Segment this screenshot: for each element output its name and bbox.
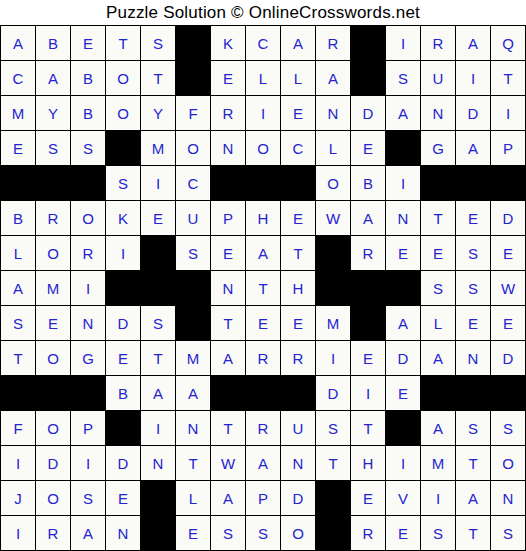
letter-cell-r13-c3: I: [71, 446, 106, 481]
letter-cell-r7-c6: S: [176, 236, 211, 271]
letter-cell-r1-c12: I: [386, 26, 421, 61]
black-cell-r14-c10: [316, 481, 351, 516]
letter-cell-r4-c6: O: [176, 131, 211, 166]
letter-cell-r4-c3: S: [71, 131, 106, 166]
letter-cell-r11-c12: E: [386, 376, 421, 411]
letter-cell-r5-c5: I: [141, 166, 176, 201]
letter-cell-r10-c2: O: [36, 341, 71, 376]
letter-cell-r13-c9: N: [281, 446, 316, 481]
black-cell-r8-c10: [316, 271, 351, 306]
letter-cell-r14-c9: D: [281, 481, 316, 516]
letter-cell-r1-c14: A: [456, 26, 491, 61]
black-cell-r1-c6: [176, 26, 211, 61]
letter-cell-r1-c15: Q: [491, 26, 526, 61]
letter-cell-r6-c1: B: [1, 201, 36, 236]
letter-cell-r6-c13: T: [421, 201, 456, 236]
letter-cell-r2-c12: S: [386, 61, 421, 96]
letter-cell-r14-c11: E: [351, 481, 386, 516]
black-cell-r5-c2: [36, 166, 71, 201]
letter-cell-r9-c12: A: [386, 306, 421, 341]
letter-cell-r14-c12: V: [386, 481, 421, 516]
letter-cell-r9-c10: M: [316, 306, 351, 341]
letter-cell-r1-c10: R: [316, 26, 351, 61]
letter-cell-r6-c3: O: [71, 201, 106, 236]
letter-cell-r6-c2: R: [36, 201, 71, 236]
letter-cell-r11-c5: A: [141, 376, 176, 411]
letter-cell-r9-c15: E: [491, 306, 526, 341]
letter-cell-r4-c10: L: [316, 131, 351, 166]
black-cell-r5-c1: [1, 166, 36, 201]
letter-cell-r15-c14: T: [456, 516, 491, 551]
black-cell-r11-c8: [246, 376, 281, 411]
letter-cell-r15-c15: S: [491, 516, 526, 551]
letter-cell-r10-c4: E: [106, 341, 141, 376]
letter-cell-r10-c8: R: [246, 341, 281, 376]
letter-cell-r12-c13: A: [421, 411, 456, 446]
letter-cell-r13-c1: I: [1, 446, 36, 481]
letter-cell-r5-c6: C: [176, 166, 211, 201]
letter-cell-r9-c5: S: [141, 306, 176, 341]
black-cell-r15-c10: [316, 516, 351, 551]
letter-cell-r7-c8: A: [246, 236, 281, 271]
black-cell-r11-c1: [1, 376, 36, 411]
letter-cell-r8-c8: T: [246, 271, 281, 306]
letter-cell-r9-c2: E: [36, 306, 71, 341]
puzzle-solution-page: Puzzle Solution © OnlineCrosswords.net A…: [0, 0, 526, 551]
letter-cell-r11-c11: I: [351, 376, 386, 411]
letter-cell-r6-c15: D: [491, 201, 526, 236]
letter-cell-r12-c14: S: [456, 411, 491, 446]
letter-cell-r9-c3: N: [71, 306, 106, 341]
letter-cell-r14-c13: I: [421, 481, 456, 516]
letter-cell-r15-c2: R: [36, 516, 71, 551]
letter-cell-r3-c2: Y: [36, 96, 71, 131]
letter-cell-r6-c4: K: [106, 201, 141, 236]
letter-cell-r15-c1: I: [1, 516, 36, 551]
black-cell-r5-c9: [281, 166, 316, 201]
letter-cell-r4-c1: E: [1, 131, 36, 166]
black-cell-r9-c6: [176, 306, 211, 341]
letter-cell-r1-c5: S: [141, 26, 176, 61]
letter-cell-r15-c4: N: [106, 516, 141, 551]
letter-cell-r4-c5: M: [141, 131, 176, 166]
letter-cell-r8-c1: A: [1, 271, 36, 306]
letter-cell-r14-c2: O: [36, 481, 71, 516]
letter-cell-r3-c7: R: [211, 96, 246, 131]
letter-cell-r8-c15: W: [491, 271, 526, 306]
black-cell-r2-c6: [176, 61, 211, 96]
letter-cell-r15-c6: E: [176, 516, 211, 551]
letter-cell-r13-c14: T: [456, 446, 491, 481]
letter-cell-r10-c10: I: [316, 341, 351, 376]
letter-cell-r1-c9: A: [281, 26, 316, 61]
letter-cell-r1-c3: E: [71, 26, 106, 61]
letter-cell-r6-c12: N: [386, 201, 421, 236]
letter-cell-r3-c9: E: [281, 96, 316, 131]
letter-cell-r15-c9: O: [281, 516, 316, 551]
black-cell-r8-c12: [386, 271, 421, 306]
black-cell-r12-c4: [106, 411, 141, 446]
letter-cell-r10-c1: T: [1, 341, 36, 376]
letter-cell-r10-c12: D: [386, 341, 421, 376]
letter-cell-r10-c9: R: [281, 341, 316, 376]
letter-cell-r13-c5: N: [141, 446, 176, 481]
letter-cell-r14-c8: P: [246, 481, 281, 516]
black-cell-r7-c10: [316, 236, 351, 271]
letter-cell-r4-c15: P: [491, 131, 526, 166]
letter-cell-r13-c11: H: [351, 446, 386, 481]
letter-cell-r13-c12: I: [386, 446, 421, 481]
letter-cell-r13-c10: T: [316, 446, 351, 481]
letter-cell-r2-c5: T: [141, 61, 176, 96]
letter-cell-r4-c11: E: [351, 131, 386, 166]
letter-cell-r3-c8: I: [246, 96, 281, 131]
letter-cell-r13-c6: T: [176, 446, 211, 481]
letter-cell-r12-c5: I: [141, 411, 176, 446]
letter-cell-r8-c9: H: [281, 271, 316, 306]
letter-cell-r7-c12: E: [386, 236, 421, 271]
letter-cell-r15-c11: R: [351, 516, 386, 551]
black-cell-r15-c5: [141, 516, 176, 551]
letter-cell-r15-c3: A: [71, 516, 106, 551]
letter-cell-r13-c2: D: [36, 446, 71, 481]
letter-cell-r8-c13: S: [421, 271, 456, 306]
letter-cell-r3-c15: I: [491, 96, 526, 131]
letter-cell-r3-c14: D: [456, 96, 491, 131]
letter-cell-r2-c10: A: [316, 61, 351, 96]
letter-cell-r11-c4: B: [106, 376, 141, 411]
letter-cell-r5-c4: S: [106, 166, 141, 201]
letter-cell-r3-c3: B: [71, 96, 106, 131]
letter-cell-r7-c2: O: [36, 236, 71, 271]
letter-cell-r13-c8: A: [246, 446, 281, 481]
letter-cell-r6-c6: U: [176, 201, 211, 236]
black-cell-r9-c11: [351, 306, 386, 341]
black-cell-r4-c4: [106, 131, 141, 166]
letter-cell-r12-c7: T: [211, 411, 246, 446]
letter-cell-r5-c12: I: [386, 166, 421, 201]
black-cell-r8-c11: [351, 271, 386, 306]
black-cell-r11-c15: [491, 376, 526, 411]
letter-cell-r12-c10: S: [316, 411, 351, 446]
letter-cell-r10-c5: T: [141, 341, 176, 376]
letter-cell-r9-c7: T: [211, 306, 246, 341]
letter-cell-r6-c11: A: [351, 201, 386, 236]
letter-cell-r15-c13: S: [421, 516, 456, 551]
letter-cell-r14-c15: N: [491, 481, 526, 516]
crossword-grid: ABETSKCARIRAQCABOTELLASUITMYBOYFRIENDAND…: [0, 25, 526, 551]
letter-cell-r4-c14: A: [456, 131, 491, 166]
letter-cell-r14-c6: L: [176, 481, 211, 516]
letter-cell-r3-c12: A: [386, 96, 421, 131]
letter-cell-r7-c4: I: [106, 236, 141, 271]
letter-cell-r8-c2: M: [36, 271, 71, 306]
letter-cell-r9-c13: L: [421, 306, 456, 341]
letter-cell-r6-c10: W: [316, 201, 351, 236]
letter-cell-r14-c7: A: [211, 481, 246, 516]
letter-cell-r3-c10: N: [316, 96, 351, 131]
letter-cell-r1-c8: C: [246, 26, 281, 61]
letter-cell-r10-c11: E: [351, 341, 386, 376]
letter-cell-r6-c8: H: [246, 201, 281, 236]
letter-cell-r2-c3: B: [71, 61, 106, 96]
letter-cell-r12-c15: S: [491, 411, 526, 446]
letter-cell-r14-c14: A: [456, 481, 491, 516]
letter-cell-r12-c6: N: [176, 411, 211, 446]
letter-cell-r9-c1: S: [1, 306, 36, 341]
letter-cell-r3-c5: Y: [141, 96, 176, 131]
letter-cell-r2-c14: I: [456, 61, 491, 96]
black-cell-r11-c3: [71, 376, 106, 411]
letter-cell-r12-c3: P: [71, 411, 106, 446]
letter-cell-r5-c11: B: [351, 166, 386, 201]
letter-cell-r14-c4: E: [106, 481, 141, 516]
letter-cell-r7-c9: T: [281, 236, 316, 271]
letter-cell-r4-c9: C: [281, 131, 316, 166]
black-cell-r8-c6: [176, 271, 211, 306]
letter-cell-r8-c3: I: [71, 271, 106, 306]
letter-cell-r13-c4: D: [106, 446, 141, 481]
black-cell-r14-c5: [141, 481, 176, 516]
letter-cell-r13-c7: W: [211, 446, 246, 481]
black-cell-r11-c2: [36, 376, 71, 411]
black-cell-r2-c11: [351, 61, 386, 96]
letter-cell-r10-c7: A: [211, 341, 246, 376]
letter-cell-r15-c7: S: [211, 516, 246, 551]
letter-cell-r10-c15: D: [491, 341, 526, 376]
letter-cell-r5-c10: O: [316, 166, 351, 201]
letter-cell-r4-c2: S: [36, 131, 71, 166]
letter-cell-r7-c7: E: [211, 236, 246, 271]
black-cell-r12-c12: [386, 411, 421, 446]
letter-cell-r2-c8: L: [246, 61, 281, 96]
letter-cell-r10-c14: N: [456, 341, 491, 376]
letter-cell-r12-c8: R: [246, 411, 281, 446]
letter-cell-r13-c13: M: [421, 446, 456, 481]
black-cell-r5-c15: [491, 166, 526, 201]
letter-cell-r2-c2: A: [36, 61, 71, 96]
letter-cell-r6-c5: E: [141, 201, 176, 236]
letter-cell-r14-c1: J: [1, 481, 36, 516]
letter-cell-r8-c7: N: [211, 271, 246, 306]
letter-cell-r3-c1: M: [1, 96, 36, 131]
letter-cell-r9-c4: D: [106, 306, 141, 341]
letter-cell-r7-c14: S: [456, 236, 491, 271]
letter-cell-r2-c13: U: [421, 61, 456, 96]
letter-cell-r3-c13: N: [421, 96, 456, 131]
letter-cell-r7-c1: L: [1, 236, 36, 271]
letter-cell-r2-c9: L: [281, 61, 316, 96]
letter-cell-r3-c6: F: [176, 96, 211, 131]
letter-cell-r6-c9: E: [281, 201, 316, 236]
black-cell-r8-c4: [106, 271, 141, 306]
black-cell-r5-c3: [71, 166, 106, 201]
letter-cell-r1-c7: K: [211, 26, 246, 61]
letter-cell-r1-c13: R: [421, 26, 456, 61]
letter-cell-r3-c4: O: [106, 96, 141, 131]
letter-cell-r12-c2: O: [36, 411, 71, 446]
letter-cell-r14-c3: S: [71, 481, 106, 516]
letter-cell-r2-c15: T: [491, 61, 526, 96]
black-cell-r11-c9: [281, 376, 316, 411]
letter-cell-r3-c11: D: [351, 96, 386, 131]
letter-cell-r4-c7: N: [211, 131, 246, 166]
letter-cell-r2-c7: E: [211, 61, 246, 96]
letter-cell-r11-c6: A: [176, 376, 211, 411]
letter-cell-r10-c3: G: [71, 341, 106, 376]
letter-cell-r11-c10: D: [316, 376, 351, 411]
letter-cell-r8-c14: S: [456, 271, 491, 306]
black-cell-r7-c5: [141, 236, 176, 271]
letter-cell-r12-c9: U: [281, 411, 316, 446]
letter-cell-r9-c9: E: [281, 306, 316, 341]
black-cell-r5-c14: [456, 166, 491, 201]
letter-cell-r2-c4: O: [106, 61, 141, 96]
letter-cell-r7-c15: E: [491, 236, 526, 271]
letter-cell-r9-c8: E: [246, 306, 281, 341]
letter-cell-r7-c13: E: [421, 236, 456, 271]
letter-cell-r15-c8: S: [246, 516, 281, 551]
black-cell-r1-c11: [351, 26, 386, 61]
letter-cell-r6-c7: P: [211, 201, 246, 236]
black-cell-r5-c7: [211, 166, 246, 201]
letter-cell-r12-c11: T: [351, 411, 386, 446]
letter-cell-r10-c13: A: [421, 341, 456, 376]
letter-cell-r7-c3: R: [71, 236, 106, 271]
black-cell-r5-c8: [246, 166, 281, 201]
letter-cell-r1-c2: B: [36, 26, 71, 61]
black-cell-r11-c7: [211, 376, 246, 411]
letter-cell-r12-c1: F: [1, 411, 36, 446]
letter-cell-r4-c13: G: [421, 131, 456, 166]
black-cell-r4-c12: [386, 131, 421, 166]
black-cell-r11-c14: [456, 376, 491, 411]
letter-cell-r2-c1: C: [1, 61, 36, 96]
letter-cell-r1-c4: T: [106, 26, 141, 61]
letter-cell-r6-c14: E: [456, 201, 491, 236]
letter-cell-r13-c15: O: [491, 446, 526, 481]
black-cell-r8-c5: [141, 271, 176, 306]
letter-cell-r4-c8: O: [246, 131, 281, 166]
letter-cell-r15-c12: E: [386, 516, 421, 551]
letter-cell-r9-c14: E: [456, 306, 491, 341]
page-title: Puzzle Solution © OnlineCrosswords.net: [0, 0, 526, 25]
letter-cell-r10-c6: M: [176, 341, 211, 376]
black-cell-r11-c13: [421, 376, 456, 411]
letter-cell-r7-c11: R: [351, 236, 386, 271]
black-cell-r5-c13: [421, 166, 456, 201]
letter-cell-r1-c1: A: [1, 26, 36, 61]
